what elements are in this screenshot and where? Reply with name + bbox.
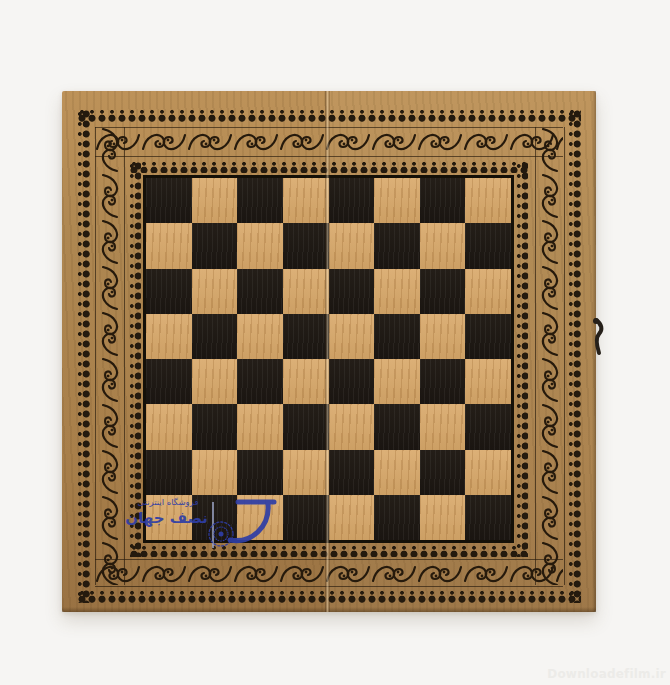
square-b4	[192, 359, 238, 404]
square-e1	[329, 495, 375, 540]
square-c3	[237, 404, 283, 449]
square-d3	[283, 404, 329, 449]
square-b6	[192, 269, 238, 314]
square-e5	[329, 314, 375, 359]
scroll-border-left	[95, 127, 125, 585]
square-d1	[283, 495, 329, 540]
board-latch	[590, 316, 606, 356]
scroll-border-bottom	[95, 559, 563, 587]
square-g2	[420, 450, 466, 495]
square-g5	[420, 314, 466, 359]
square-b8	[192, 178, 238, 223]
scroll-border-right	[535, 127, 565, 585]
square-a4	[146, 359, 192, 404]
square-a8	[146, 178, 192, 223]
square-b5	[192, 314, 238, 359]
checkerboard-grid	[146, 178, 511, 540]
square-c6	[237, 269, 283, 314]
square-d7	[283, 223, 329, 268]
square-e7	[329, 223, 375, 268]
square-e3	[329, 404, 375, 449]
scroll-border-top	[95, 127, 563, 157]
square-d4	[283, 359, 329, 404]
outer-bead-border-bottom	[77, 590, 581, 603]
store-watermark-logo-icon	[190, 494, 280, 556]
square-a3	[146, 404, 192, 449]
square-c7	[237, 223, 283, 268]
square-b3	[192, 404, 238, 449]
square-c4	[237, 359, 283, 404]
square-d6	[283, 269, 329, 314]
square-a5	[146, 314, 192, 359]
square-e4	[329, 359, 375, 404]
store-watermark: فروشگاه اینترنتی نصف جهان	[128, 494, 280, 552]
square-d5	[283, 314, 329, 359]
square-g4	[420, 359, 466, 404]
square-c8	[237, 178, 283, 223]
inner-bead-border-right	[516, 161, 528, 557]
square-g6	[420, 269, 466, 314]
square-h1	[465, 495, 511, 540]
square-f5	[374, 314, 420, 359]
square-f3	[374, 404, 420, 449]
square-g1	[420, 495, 466, 540]
outer-bead-border-right	[568, 109, 581, 603]
square-h3	[465, 404, 511, 449]
square-h2	[465, 450, 511, 495]
outer-bead-border-left	[77, 109, 90, 603]
square-a2	[146, 450, 192, 495]
square-g7	[420, 223, 466, 268]
square-h4	[465, 359, 511, 404]
square-h7	[465, 223, 511, 268]
square-h8	[465, 178, 511, 223]
square-g8	[420, 178, 466, 223]
checkerboard	[143, 175, 514, 543]
square-e8	[329, 178, 375, 223]
square-d8	[283, 178, 329, 223]
square-c2	[237, 450, 283, 495]
square-f8	[374, 178, 420, 223]
square-a6	[146, 269, 192, 314]
square-c5	[237, 314, 283, 359]
square-h5	[465, 314, 511, 359]
site-watermark: Downloadefilm.ir	[547, 667, 666, 681]
square-h6	[465, 269, 511, 314]
square-f1	[374, 495, 420, 540]
square-e6	[329, 269, 375, 314]
square-f6	[374, 269, 420, 314]
square-g3	[420, 404, 466, 449]
square-f7	[374, 223, 420, 268]
square-d2	[283, 450, 329, 495]
square-f2	[374, 450, 420, 495]
outer-bead-border-top	[77, 109, 581, 122]
square-a7	[146, 223, 192, 268]
inner-bead-border-top	[129, 161, 528, 173]
square-b7	[192, 223, 238, 268]
photo-stage: فروشگاه اینترنتی نصف جهان Downloadefilm.…	[0, 0, 670, 685]
square-f4	[374, 359, 420, 404]
square-e2	[329, 450, 375, 495]
square-b2	[192, 450, 238, 495]
